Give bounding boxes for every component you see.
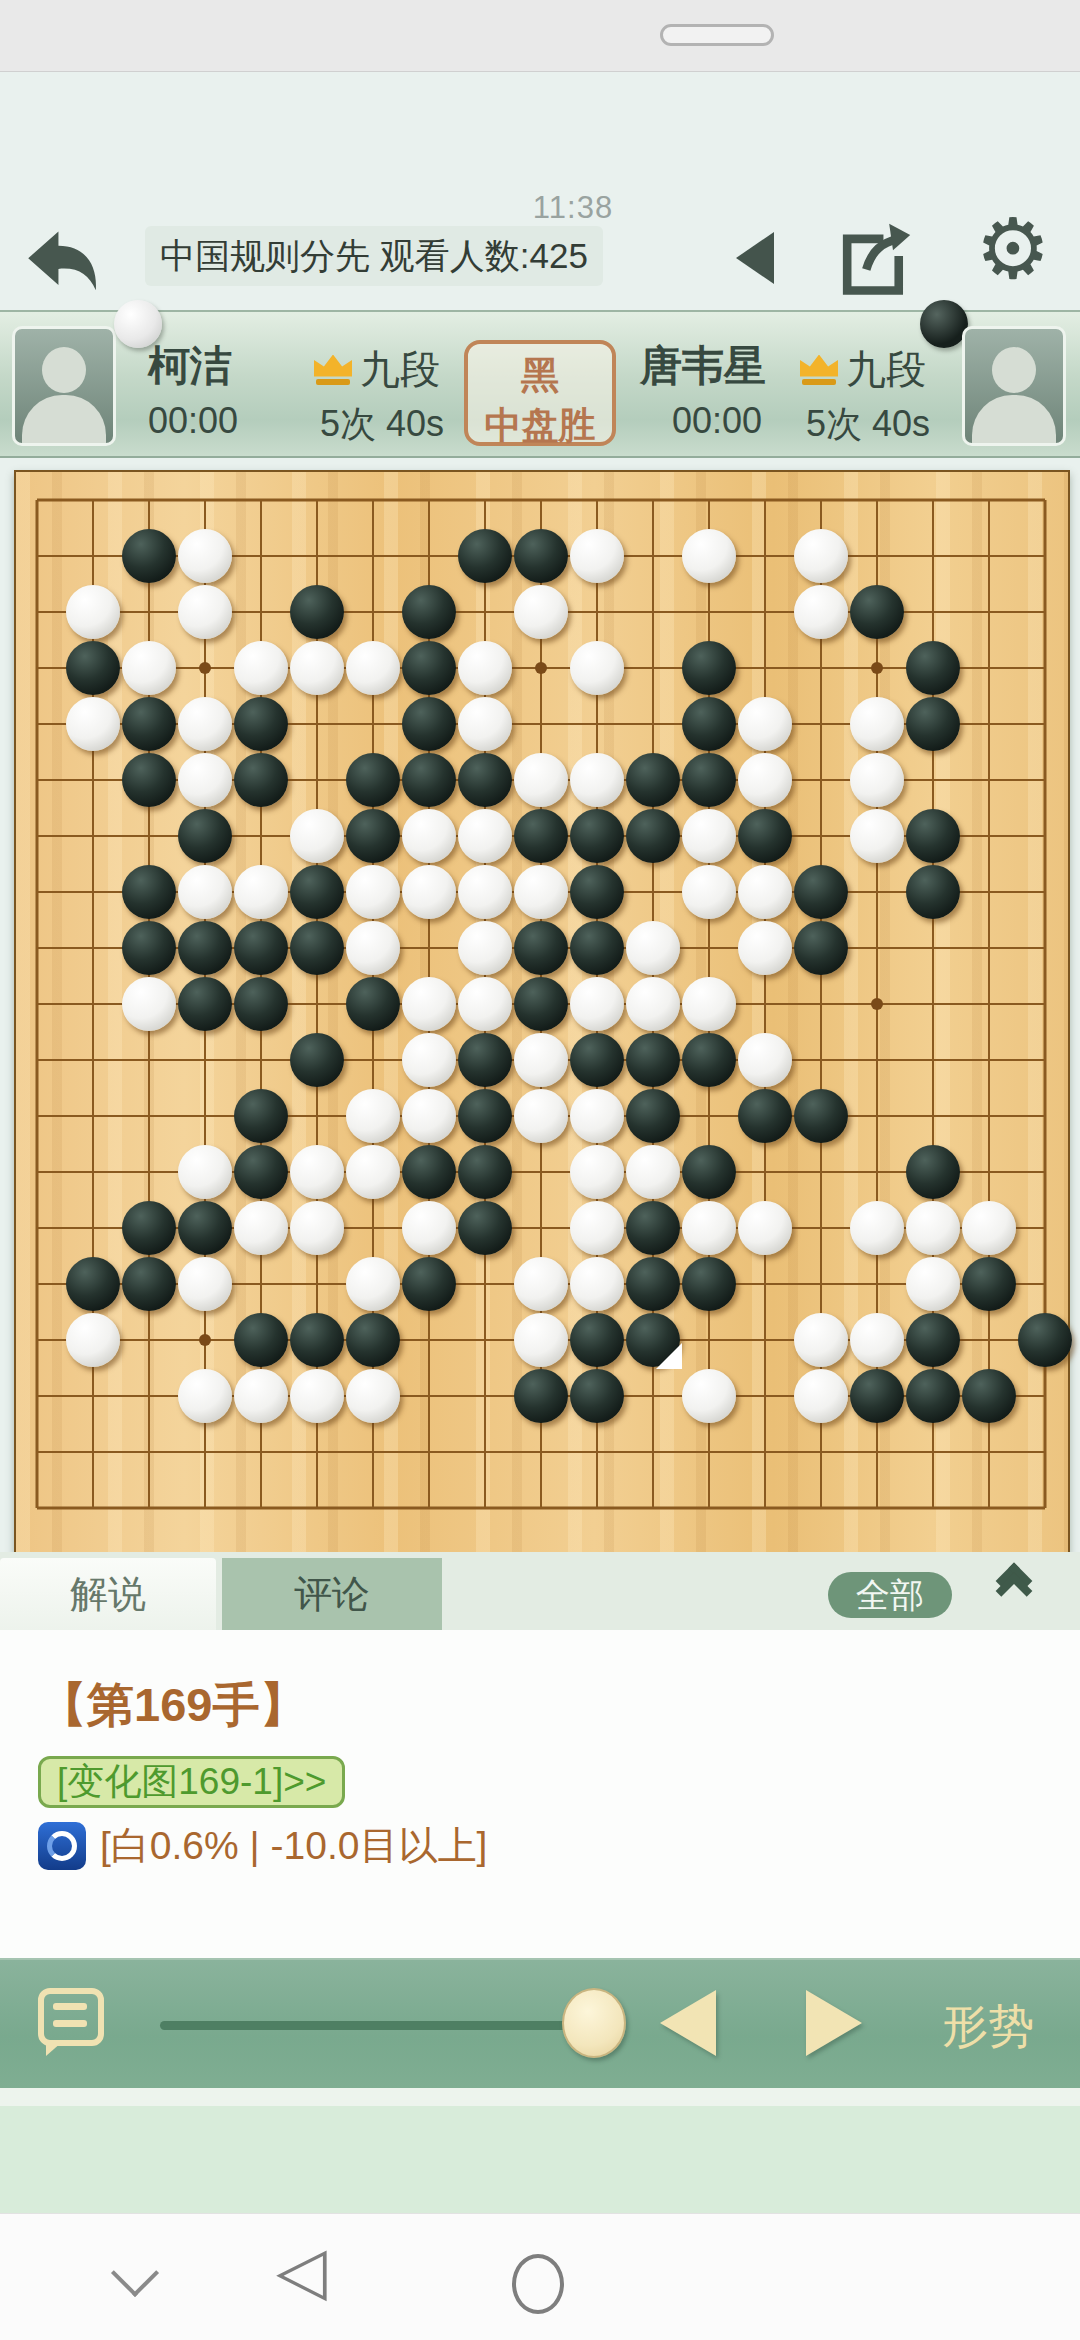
white-stone xyxy=(402,1033,456,1087)
white-stone xyxy=(682,1369,736,1423)
black-stone xyxy=(850,1369,904,1423)
black-stone xyxy=(682,697,736,751)
white-stone xyxy=(794,529,848,583)
prev-move-button[interactable] xyxy=(660,1990,716,2056)
black-stone xyxy=(570,809,624,863)
app-header-area: 11:38 中国规则分先 观看人数:425 ⚙ xyxy=(0,72,1080,310)
black-stone xyxy=(290,921,344,975)
black-stone xyxy=(626,1313,680,1367)
black-stone xyxy=(626,1089,680,1143)
avatar-silhouette xyxy=(42,347,86,393)
black-stone xyxy=(1018,1313,1072,1367)
white-stone xyxy=(458,641,512,695)
tab-commentary[interactable]: 解说 xyxy=(0,1558,216,1630)
black-stone xyxy=(570,1369,624,1423)
tab-bar: 解说 评论 全部 xyxy=(0,1552,1080,1630)
android-nav-bar: ◁ xyxy=(0,2213,1080,2340)
white-stone xyxy=(290,1369,344,1423)
white-stone xyxy=(66,1313,120,1367)
move-slider-track[interactable] xyxy=(160,2021,572,2030)
white-stone xyxy=(458,977,512,1031)
white-stone xyxy=(514,753,568,807)
white-stone xyxy=(234,641,288,695)
left-player-name: 柯洁 xyxy=(148,338,232,394)
black-stone xyxy=(514,977,568,1031)
white-stone xyxy=(850,1201,904,1255)
black-stone xyxy=(906,697,960,751)
commentary-panel: 【第169手】 [变化图169-1]>> [白0.6% | -10.0目以上] xyxy=(0,1630,1080,1958)
black-stone xyxy=(514,921,568,975)
ai-engine-icon xyxy=(38,1822,86,1870)
comment-bubble-icon[interactable] xyxy=(38,1988,104,2046)
left-player-rank: 九段 xyxy=(314,342,440,397)
black-stone-indicator xyxy=(920,300,968,348)
white-stone xyxy=(514,1313,568,1367)
white-stone xyxy=(514,1089,568,1143)
black-stone xyxy=(794,1089,848,1143)
white-stone xyxy=(906,1257,960,1311)
white-stone xyxy=(346,1145,400,1199)
result-badge: 黑 中盘胜 xyxy=(464,340,616,446)
white-stone xyxy=(402,809,456,863)
divider-strip xyxy=(0,2088,1080,2106)
android-back-icon[interactable]: ◁ xyxy=(276,2232,327,2309)
white-stone xyxy=(514,585,568,639)
white-stone xyxy=(514,1033,568,1087)
black-stone xyxy=(682,1033,736,1087)
black-stone xyxy=(234,697,288,751)
black-stone xyxy=(458,1145,512,1199)
black-stone xyxy=(178,921,232,975)
double-chevron-up-icon[interactable] xyxy=(984,1568,1044,1620)
black-stone xyxy=(458,1033,512,1087)
black-stone xyxy=(626,809,680,863)
white-stone xyxy=(346,921,400,975)
white-stone xyxy=(850,1313,904,1367)
black-stone xyxy=(122,753,176,807)
black-stone xyxy=(962,1257,1016,1311)
black-stone xyxy=(458,529,512,583)
white-stone xyxy=(402,1201,456,1255)
black-stone xyxy=(906,809,960,863)
black-stone xyxy=(682,1145,736,1199)
black-stone xyxy=(514,809,568,863)
black-stone xyxy=(122,697,176,751)
back-button[interactable] xyxy=(22,228,102,292)
black-stone xyxy=(122,529,176,583)
black-stone xyxy=(626,1257,680,1311)
black-stone xyxy=(794,865,848,919)
white-stone xyxy=(626,921,680,975)
status-pill-indicator xyxy=(660,24,774,46)
playback-controls: 形势 xyxy=(0,1958,1080,2088)
black-stone xyxy=(570,865,624,919)
black-stone xyxy=(626,753,680,807)
black-stone xyxy=(682,641,736,695)
all-filter-button[interactable]: 全部 xyxy=(828,1572,952,1618)
ai-eval-text: [白0.6% | -10.0目以上] xyxy=(100,1819,487,1873)
black-stone xyxy=(906,1145,960,1199)
avatar-silhouette xyxy=(972,395,1056,446)
black-stone xyxy=(122,1257,176,1311)
black-stone xyxy=(290,1313,344,1367)
white-stone xyxy=(402,1089,456,1143)
white-stone xyxy=(402,865,456,919)
android-home-icon[interactable] xyxy=(512,2254,564,2314)
black-stone xyxy=(402,753,456,807)
black-stone xyxy=(458,1089,512,1143)
black-stone xyxy=(738,1089,792,1143)
white-stone xyxy=(346,865,400,919)
white-stone xyxy=(738,921,792,975)
black-stone xyxy=(682,753,736,807)
white-stone xyxy=(682,529,736,583)
white-stone xyxy=(178,585,232,639)
black-stone xyxy=(122,1201,176,1255)
right-player-rank: 九段 xyxy=(800,342,926,397)
black-stone xyxy=(234,977,288,1031)
white-stone xyxy=(570,753,624,807)
white-stone xyxy=(682,977,736,1031)
settings-gear-icon[interactable]: ⚙ xyxy=(968,204,1058,294)
avatar-right-player[interactable] xyxy=(962,326,1066,446)
white-stone xyxy=(570,1089,624,1143)
white-stone xyxy=(122,641,176,695)
white-stone xyxy=(458,865,512,919)
white-stone xyxy=(794,1369,848,1423)
black-stone xyxy=(682,1257,736,1311)
black-stone xyxy=(570,921,624,975)
white-stone xyxy=(906,1201,960,1255)
next-move-button[interactable] xyxy=(806,1990,862,2056)
white-stone xyxy=(738,1033,792,1087)
black-stone xyxy=(458,1201,512,1255)
black-stone xyxy=(906,1369,960,1423)
white-stone xyxy=(738,753,792,807)
background-strip xyxy=(0,2106,1080,2213)
white-stone xyxy=(682,1201,736,1255)
white-stone xyxy=(570,529,624,583)
black-stone xyxy=(122,921,176,975)
hide-nav-chevron-icon[interactable] xyxy=(111,2249,159,2297)
white-stone xyxy=(738,865,792,919)
white-stone xyxy=(458,921,512,975)
left-player-byoyomi: 5次 40s xyxy=(320,400,444,449)
white-stone xyxy=(346,1089,400,1143)
white-stone xyxy=(234,1369,288,1423)
avatar-silhouette xyxy=(992,347,1036,393)
white-stone xyxy=(290,641,344,695)
white-stone xyxy=(290,809,344,863)
player-bar: 柯洁 00:00 九段 5次 40s 黑 中盘胜 唐韦星 00:00 九段 5次… xyxy=(0,310,1080,458)
black-stone xyxy=(402,1257,456,1311)
black-stone xyxy=(178,977,232,1031)
white-stone xyxy=(346,1257,400,1311)
black-stone xyxy=(570,1033,624,1087)
white-stone xyxy=(962,1201,1016,1255)
white-stone xyxy=(514,865,568,919)
ai-eval-row: [白0.6% | -10.0目以上] xyxy=(38,1820,487,1872)
white-stone xyxy=(178,865,232,919)
black-stone xyxy=(402,585,456,639)
black-stone xyxy=(626,1201,680,1255)
black-stone xyxy=(906,865,960,919)
white-stone xyxy=(122,977,176,1031)
black-stone xyxy=(906,641,960,695)
white-stone xyxy=(234,1201,288,1255)
collapse-left-icon[interactable] xyxy=(736,232,774,284)
status-bar xyxy=(0,0,1080,72)
black-stone xyxy=(122,865,176,919)
black-stone xyxy=(850,585,904,639)
black-stone xyxy=(346,753,400,807)
move-number-header: 【第169手】 xyxy=(40,1674,306,1737)
black-stone xyxy=(738,809,792,863)
black-stone xyxy=(234,1089,288,1143)
white-stone xyxy=(458,809,512,863)
white-stone xyxy=(178,753,232,807)
black-stone xyxy=(570,1313,624,1367)
white-stone xyxy=(626,977,680,1031)
go-board[interactable] xyxy=(14,470,1070,1556)
avatar-silhouette xyxy=(22,395,106,446)
black-stone xyxy=(458,753,512,807)
black-stone xyxy=(402,697,456,751)
white-stone xyxy=(794,1313,848,1367)
white-stone xyxy=(570,977,624,1031)
left-player-clock: 00:00 xyxy=(148,400,238,442)
white-stone xyxy=(458,697,512,751)
nav-row: 中国规则分先 观看人数:425 ⚙ xyxy=(0,222,1080,302)
black-stone xyxy=(626,1033,680,1087)
white-stone xyxy=(346,1369,400,1423)
white-stone xyxy=(570,641,624,695)
white-stone xyxy=(66,697,120,751)
white-stone xyxy=(738,1201,792,1255)
variation-diagram-button[interactable]: [变化图169-1]>> xyxy=(38,1756,345,1808)
black-stone xyxy=(234,753,288,807)
right-player-name: 唐韦星 xyxy=(640,338,766,394)
clock-time: 11:38 xyxy=(498,190,648,226)
white-stone xyxy=(290,1145,344,1199)
white-stone xyxy=(850,697,904,751)
white-stone xyxy=(794,585,848,639)
black-stone xyxy=(290,585,344,639)
white-stone xyxy=(570,1257,624,1311)
last-move-marker xyxy=(656,1343,682,1369)
white-stone xyxy=(850,809,904,863)
white-stone xyxy=(570,1201,624,1255)
avatar-left-player[interactable] xyxy=(12,326,116,446)
black-stone xyxy=(346,1313,400,1367)
black-stone xyxy=(290,1033,344,1087)
white-stone xyxy=(738,697,792,751)
white-stone xyxy=(290,1201,344,1255)
right-player-byoyomi: 5次 40s xyxy=(806,400,930,449)
white-stone xyxy=(178,1369,232,1423)
white-stone xyxy=(178,697,232,751)
black-stone xyxy=(514,1369,568,1423)
white-stone xyxy=(626,1145,680,1199)
crown-icon xyxy=(800,355,838,385)
white-stone xyxy=(178,529,232,583)
white-stone xyxy=(234,865,288,919)
black-stone xyxy=(234,1145,288,1199)
white-stone xyxy=(514,1257,568,1311)
black-stone xyxy=(234,1313,288,1367)
black-stone xyxy=(346,977,400,1031)
black-stone xyxy=(962,1369,1016,1423)
white-stone xyxy=(66,585,120,639)
game-info-title[interactable]: 中国规则分先 观看人数:425 xyxy=(145,226,603,286)
black-stone xyxy=(66,641,120,695)
white-stone xyxy=(682,865,736,919)
black-stone xyxy=(402,1145,456,1199)
black-stone xyxy=(66,1257,120,1311)
move-slider-knob[interactable] xyxy=(562,1988,626,2058)
black-stone xyxy=(346,809,400,863)
white-stone xyxy=(570,1145,624,1199)
black-stone xyxy=(906,1313,960,1367)
white-stone xyxy=(850,753,904,807)
white-stone xyxy=(178,1257,232,1311)
black-stone xyxy=(178,1201,232,1255)
black-stone xyxy=(514,529,568,583)
situation-analysis-button[interactable]: 形势 xyxy=(942,1996,1034,2058)
white-stone xyxy=(402,977,456,1031)
white-stone xyxy=(682,809,736,863)
black-stone xyxy=(794,921,848,975)
share-button[interactable] xyxy=(830,216,914,300)
crown-icon xyxy=(314,355,352,385)
black-stone xyxy=(290,865,344,919)
tab-comments[interactable]: 评论 xyxy=(222,1558,442,1630)
white-stone xyxy=(178,1145,232,1199)
black-stone xyxy=(178,809,232,863)
black-stone xyxy=(234,921,288,975)
right-player-clock: 00:00 xyxy=(672,400,762,442)
white-stone xyxy=(346,641,400,695)
black-stone xyxy=(402,641,456,695)
